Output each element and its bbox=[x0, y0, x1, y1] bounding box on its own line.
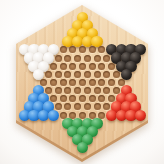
hole[interactable] bbox=[89, 63, 96, 70]
hole[interactable] bbox=[79, 79, 86, 86]
board-holes bbox=[0, 0, 164, 164]
hole[interactable] bbox=[74, 103, 81, 110]
hole[interactable] bbox=[64, 103, 71, 110]
hole[interactable] bbox=[60, 95, 67, 102]
hole[interactable] bbox=[64, 87, 71, 94]
hole[interactable] bbox=[55, 87, 62, 94]
hole[interactable] bbox=[79, 95, 86, 102]
peg-red[interactable] bbox=[135, 110, 146, 121]
hole[interactable] bbox=[60, 46, 67, 53]
hole[interactable] bbox=[74, 87, 81, 94]
hole[interactable] bbox=[84, 71, 91, 78]
hole[interactable] bbox=[103, 55, 110, 62]
hole[interactable] bbox=[74, 71, 81, 78]
hole[interactable] bbox=[69, 79, 76, 86]
hole[interactable] bbox=[108, 63, 115, 70]
hole[interactable] bbox=[60, 79, 67, 86]
hole[interactable] bbox=[50, 79, 57, 86]
hole[interactable] bbox=[89, 95, 96, 102]
hole[interactable] bbox=[64, 71, 71, 78]
hole[interactable] bbox=[98, 46, 105, 53]
hole[interactable] bbox=[45, 71, 52, 78]
hole[interactable] bbox=[55, 55, 62, 62]
hole[interactable] bbox=[50, 63, 57, 70]
hole[interactable] bbox=[98, 95, 105, 102]
hole[interactable] bbox=[55, 103, 62, 110]
hole[interactable] bbox=[69, 46, 76, 53]
hole[interactable] bbox=[79, 46, 86, 53]
hole[interactable] bbox=[94, 103, 101, 110]
hole[interactable] bbox=[55, 71, 62, 78]
hole[interactable] bbox=[94, 71, 101, 78]
hole[interactable] bbox=[64, 55, 71, 62]
board bbox=[0, 0, 164, 164]
hole[interactable] bbox=[79, 63, 86, 70]
hole[interactable] bbox=[113, 71, 120, 78]
hole[interactable] bbox=[69, 63, 76, 70]
hole[interactable] bbox=[98, 63, 105, 70]
hole[interactable] bbox=[60, 63, 67, 70]
hole[interactable] bbox=[84, 55, 91, 62]
hole[interactable] bbox=[84, 87, 91, 94]
hole[interactable] bbox=[89, 79, 96, 86]
peg-blue[interactable] bbox=[48, 110, 59, 121]
peg-green[interactable] bbox=[77, 142, 88, 153]
hole[interactable] bbox=[94, 55, 101, 62]
hole[interactable] bbox=[103, 71, 110, 78]
hole[interactable] bbox=[69, 95, 76, 102]
hole[interactable] bbox=[98, 79, 105, 86]
hole[interactable] bbox=[108, 79, 115, 86]
hole[interactable] bbox=[89, 46, 96, 53]
hole[interactable] bbox=[74, 55, 81, 62]
photo-background bbox=[0, 0, 164, 164]
hole[interactable] bbox=[94, 87, 101, 94]
hole[interactable] bbox=[103, 87, 110, 94]
hole[interactable] bbox=[84, 103, 91, 110]
